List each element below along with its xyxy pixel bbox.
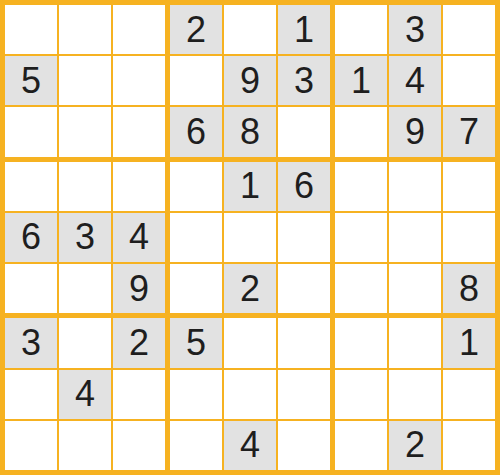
cell-r8c9-empty[interactable] xyxy=(443,370,495,419)
cell-r3c2-empty[interactable] xyxy=(59,107,111,156)
cell-r1c2-empty[interactable] xyxy=(59,5,111,54)
cell-r8c3-empty[interactable] xyxy=(113,370,165,419)
cell-r8c4-empty[interactable] xyxy=(170,370,222,419)
cell-r9c8-given[interactable]: 2 xyxy=(389,421,441,470)
cell-r2c1-given[interactable]: 5 xyxy=(5,56,57,105)
cell-r5c2-given[interactable]: 3 xyxy=(59,213,111,262)
cell-r4c4-empty[interactable] xyxy=(170,162,222,211)
cell-r3c5-given[interactable]: 8 xyxy=(224,107,276,156)
cell-r7c4-given[interactable]: 5 xyxy=(170,318,222,367)
sudoku-board: 213593146897166349283251442 xyxy=(0,0,500,475)
cell-r3c6-empty[interactable] xyxy=(278,107,330,156)
cell-r5c1-given[interactable]: 6 xyxy=(5,213,57,262)
cell-r7c9-given[interactable]: 1 xyxy=(443,318,495,367)
cell-r6c2-empty[interactable] xyxy=(59,264,111,313)
cell-r2c6-given[interactable]: 3 xyxy=(278,56,330,105)
cell-r1c9-empty[interactable] xyxy=(443,5,495,54)
cell-r7c7-empty[interactable] xyxy=(335,318,387,367)
cell-r9c1-empty[interactable] xyxy=(5,421,57,470)
cell-r2c4-empty[interactable] xyxy=(170,56,222,105)
cell-r2c9-empty[interactable] xyxy=(443,56,495,105)
cell-r9c3-empty[interactable] xyxy=(113,421,165,470)
cell-r6c4-empty[interactable] xyxy=(170,264,222,313)
cell-r3c7-empty[interactable] xyxy=(335,107,387,156)
cell-r8c1-empty[interactable] xyxy=(5,370,57,419)
cell-r4c6-given[interactable]: 6 xyxy=(278,162,330,211)
cell-r6c5-given[interactable]: 2 xyxy=(224,264,276,313)
cell-r8c2-given[interactable]: 4 xyxy=(59,370,111,419)
cell-r7c2-empty[interactable] xyxy=(59,318,111,367)
cell-r2c2-empty[interactable] xyxy=(59,56,111,105)
cell-r7c6-empty[interactable] xyxy=(278,318,330,367)
cell-r1c6-given[interactable]: 1 xyxy=(278,5,330,54)
cell-r9c2-empty[interactable] xyxy=(59,421,111,470)
cell-r6c7-empty[interactable] xyxy=(335,264,387,313)
cell-r8c5-empty[interactable] xyxy=(224,370,276,419)
cell-r6c1-empty[interactable] xyxy=(5,264,57,313)
cell-r4c1-empty[interactable] xyxy=(5,162,57,211)
cell-r2c3-empty[interactable] xyxy=(113,56,165,105)
cell-r3c8-given[interactable]: 9 xyxy=(389,107,441,156)
cell-r5c9-empty[interactable] xyxy=(443,213,495,262)
cell-r5c4-empty[interactable] xyxy=(170,213,222,262)
cell-r5c3-given[interactable]: 4 xyxy=(113,213,165,262)
cell-r4c8-empty[interactable] xyxy=(389,162,441,211)
cell-r5c8-empty[interactable] xyxy=(389,213,441,262)
cell-r3c1-empty[interactable] xyxy=(5,107,57,156)
cell-r9c9-empty[interactable] xyxy=(443,421,495,470)
cell-r5c7-empty[interactable] xyxy=(335,213,387,262)
cell-r2c5-given[interactable]: 9 xyxy=(224,56,276,105)
cell-r9c4-empty[interactable] xyxy=(170,421,222,470)
cell-r3c4-given[interactable]: 6 xyxy=(170,107,222,156)
cell-r6c3-given[interactable]: 9 xyxy=(113,264,165,313)
cell-r8c6-empty[interactable] xyxy=(278,370,330,419)
cell-r3c9-given[interactable]: 7 xyxy=(443,107,495,156)
cell-r1c7-empty[interactable] xyxy=(335,5,387,54)
cell-r7c8-empty[interactable] xyxy=(389,318,441,367)
cell-r6c9-given[interactable]: 8 xyxy=(443,264,495,313)
cell-r9c6-empty[interactable] xyxy=(278,421,330,470)
cell-r9c7-empty[interactable] xyxy=(335,421,387,470)
cell-r4c3-empty[interactable] xyxy=(113,162,165,211)
cell-r5c6-empty[interactable] xyxy=(278,213,330,262)
cell-r3c3-empty[interactable] xyxy=(113,107,165,156)
cell-r7c1-given[interactable]: 3 xyxy=(5,318,57,367)
cell-r4c7-empty[interactable] xyxy=(335,162,387,211)
cell-r1c8-given[interactable]: 3 xyxy=(389,5,441,54)
cell-r2c7-given[interactable]: 1 xyxy=(335,56,387,105)
cell-r9c5-given[interactable]: 4 xyxy=(224,421,276,470)
cell-r7c3-given[interactable]: 2 xyxy=(113,318,165,367)
cell-r1c1-empty[interactable] xyxy=(5,5,57,54)
cell-r6c6-empty[interactable] xyxy=(278,264,330,313)
cell-r4c5-given[interactable]: 1 xyxy=(224,162,276,211)
cell-r1c4-given[interactable]: 2 xyxy=(170,5,222,54)
cell-r5c5-empty[interactable] xyxy=(224,213,276,262)
cell-r6c8-empty[interactable] xyxy=(389,264,441,313)
cell-r1c5-empty[interactable] xyxy=(224,5,276,54)
cell-r2c8-given[interactable]: 4 xyxy=(389,56,441,105)
cell-r8c8-empty[interactable] xyxy=(389,370,441,419)
cell-r1c3-empty[interactable] xyxy=(113,5,165,54)
cell-r4c9-empty[interactable] xyxy=(443,162,495,211)
cell-r4c2-empty[interactable] xyxy=(59,162,111,211)
cell-r7c5-empty[interactable] xyxy=(224,318,276,367)
cell-r8c7-empty[interactable] xyxy=(335,370,387,419)
